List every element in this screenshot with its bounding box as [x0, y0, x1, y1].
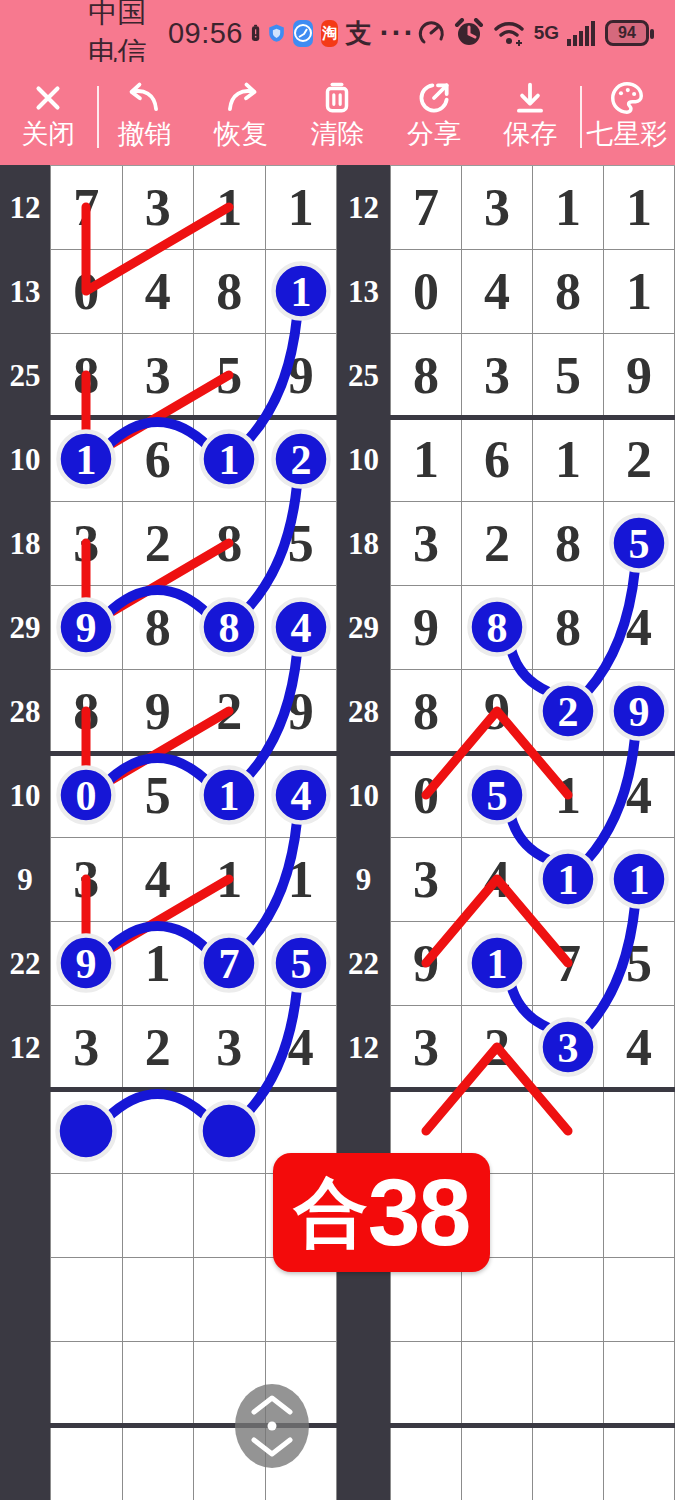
- save-button[interactable]: 保存: [484, 79, 576, 148]
- trash-icon: [318, 79, 356, 117]
- grid-cell[interactable]: 9: [604, 670, 675, 754]
- grid-cell[interactable]: [533, 1090, 604, 1174]
- grid-cell[interactable]: 3: [123, 166, 195, 250]
- grid-cell[interactable]: 4: [123, 250, 195, 334]
- row-sum-label: 12: [0, 1032, 50, 1063]
- toolbar-divider: [97, 86, 99, 148]
- row-sum-label: 10: [337, 444, 390, 475]
- section-divider: [0, 415, 675, 420]
- grid-cell[interactable]: 8: [533, 586, 604, 670]
- grid-cell[interactable]: 8: [51, 334, 123, 418]
- grid-cell[interactable]: 5: [462, 754, 533, 838]
- row-sum-label: 10: [337, 780, 390, 811]
- grid-cell[interactable]: 7: [391, 166, 462, 250]
- wifi-icon: [492, 18, 526, 48]
- row-sum-column-left: 121325101829281092212: [0, 165, 50, 1500]
- row-sum-label: 12: [337, 1032, 390, 1063]
- redo-icon: [222, 79, 260, 117]
- grid-cell[interactable]: [391, 1342, 462, 1426]
- grid-cell[interactable]: 5: [604, 922, 675, 1006]
- row-sum-label: 13: [0, 276, 50, 307]
- number-grid-left: 7311048183591612328598848929051434119175…: [50, 165, 337, 1500]
- app-screen: 中国电信 09:56 淘 支 ···: [0, 0, 675, 1500]
- game-mode-button[interactable]: 七星彩: [581, 79, 673, 148]
- signal-bars-icon: [567, 19, 597, 47]
- share-label: 分享: [407, 121, 461, 148]
- grid-cell[interactable]: [604, 1342, 675, 1426]
- grid-cell[interactable]: [123, 1342, 195, 1426]
- grid-cell[interactable]: [51, 1342, 123, 1426]
- trend-chart-board[interactable]: 121325101829281092212 121325101829281092…: [0, 165, 675, 1500]
- close-label: 关闭: [21, 121, 75, 148]
- grid-cell[interactable]: [533, 1426, 604, 1500]
- row-sum-label: 13: [337, 276, 390, 307]
- grid-cell[interactable]: 9: [266, 670, 338, 754]
- status-bar: 中国电信 09:56 淘 支 ···: [0, 0, 675, 62]
- grid-cell[interactable]: 3: [391, 1006, 462, 1090]
- grid-cell[interactable]: 2: [462, 1006, 533, 1090]
- grid-cell[interactable]: 2: [266, 418, 338, 502]
- grid-cell[interactable]: 3: [51, 838, 123, 922]
- grid-cell[interactable]: 4: [266, 1006, 338, 1090]
- undo-button[interactable]: 撤销: [99, 79, 191, 148]
- grid-cell[interactable]: 4: [604, 1006, 675, 1090]
- grid-cell[interactable]: 0: [391, 250, 462, 334]
- grid-cell[interactable]: [51, 1174, 123, 1258]
- grid-cell[interactable]: [123, 1258, 195, 1342]
- grid-cell[interactable]: 1: [604, 838, 675, 922]
- grid-cell[interactable]: 7: [51, 166, 123, 250]
- close-button[interactable]: 关闭: [2, 79, 94, 148]
- grid-cell[interactable]: [51, 1090, 123, 1174]
- section-divider: [0, 1087, 675, 1092]
- battery-percent-indicator: 94: [605, 20, 649, 46]
- grid-cell[interactable]: 1: [266, 250, 338, 334]
- row-sum-label: 12: [337, 192, 390, 223]
- grid-cell[interactable]: 1: [391, 418, 462, 502]
- row-sum-label: 29: [337, 612, 390, 643]
- grid-cell[interactable]: [123, 1090, 195, 1174]
- clear-button[interactable]: 清除: [291, 79, 383, 148]
- grid-cell[interactable]: [462, 1342, 533, 1426]
- grid-cell[interactable]: 3: [51, 502, 123, 586]
- save-label: 保存: [503, 121, 557, 148]
- grid-cell[interactable]: 1: [604, 250, 675, 334]
- grid-cell[interactable]: 4: [462, 250, 533, 334]
- grid-cell[interactable]: 1: [194, 418, 266, 502]
- row-sum-label: 12: [0, 192, 50, 223]
- game-mode-label: 七星彩: [586, 121, 667, 148]
- grid-cell[interactable]: 1: [533, 418, 604, 502]
- grid-cell[interactable]: 3: [462, 166, 533, 250]
- sum-badge-value: 38: [368, 1165, 470, 1260]
- row-sum-label: 10: [0, 780, 50, 811]
- grid-cell[interactable]: [462, 1426, 533, 1500]
- data-saver-icon: [416, 18, 446, 48]
- alarm-icon: [454, 18, 484, 48]
- row-sum-label: 9: [337, 864, 390, 895]
- grid-cell[interactable]: 3: [51, 1006, 123, 1090]
- grid-cell[interactable]: 4: [604, 586, 675, 670]
- grid-cell[interactable]: 1: [533, 754, 604, 838]
- grid-cell[interactable]: [533, 1342, 604, 1426]
- grid-cell[interactable]: 9: [51, 922, 123, 1006]
- grid-cell[interactable]: 8: [533, 250, 604, 334]
- grid-cell[interactable]: 8: [194, 502, 266, 586]
- grid-cell[interactable]: 9: [462, 670, 533, 754]
- grid-cell[interactable]: 4: [462, 838, 533, 922]
- grid-cell[interactable]: [123, 1174, 195, 1258]
- grid-cell[interactable]: 7: [533, 922, 604, 1006]
- grid-cell[interactable]: 9: [604, 334, 675, 418]
- notification-overflow-dots: ···: [380, 16, 416, 50]
- grid-cell[interactable]: [51, 1258, 123, 1342]
- grid-cell[interactable]: 8: [194, 250, 266, 334]
- grid-cell[interactable]: 2: [533, 670, 604, 754]
- grid-cell[interactable]: 8: [51, 670, 123, 754]
- undo-label: 撤销: [118, 121, 172, 148]
- grid-cell[interactable]: 4: [604, 754, 675, 838]
- row-sum-label: 28: [0, 696, 50, 727]
- grid-cell[interactable]: 8: [462, 586, 533, 670]
- grid-cell[interactable]: 1: [266, 166, 338, 250]
- grid-cell[interactable]: 1: [51, 418, 123, 502]
- grid-cell[interactable]: 1: [194, 754, 266, 838]
- grid-cell[interactable]: 1: [266, 838, 338, 922]
- grid-cell[interactable]: 4: [123, 838, 195, 922]
- sum-badge: 合38: [273, 1153, 490, 1272]
- grid-cell[interactable]: 2: [462, 502, 533, 586]
- grid-cell[interactable]: [533, 1258, 604, 1342]
- grid-cell[interactable]: 2: [604, 418, 675, 502]
- row-sum-label: 22: [337, 948, 390, 979]
- grid-cell[interactable]: 1: [194, 166, 266, 250]
- grid-cell[interactable]: 7: [194, 922, 266, 1006]
- grid-cell[interactable]: 8: [391, 334, 462, 418]
- toolbar-divider: [580, 86, 582, 148]
- row-sum-label: 9: [0, 864, 50, 895]
- grid-cell[interactable]: [604, 1174, 675, 1258]
- grid-cell[interactable]: 5: [123, 754, 195, 838]
- grid-cell[interactable]: 1: [604, 166, 675, 250]
- grid-cell[interactable]: [194, 1258, 266, 1342]
- grid-cell[interactable]: 6: [462, 418, 533, 502]
- status-right: 5G 94: [416, 18, 649, 48]
- grid-cell[interactable]: 1: [462, 922, 533, 1006]
- section-divider: [0, 1423, 675, 1428]
- alipay-icon: 支: [346, 16, 372, 51]
- grid-cell[interactable]: 8: [391, 670, 462, 754]
- grid-cell[interactable]: 0: [51, 250, 123, 334]
- share-button[interactable]: 分享: [388, 79, 480, 148]
- clear-label: 清除: [310, 121, 364, 148]
- row-sum-label: 18: [0, 528, 50, 559]
- browser-app-icon: [293, 20, 313, 47]
- grid-cell[interactable]: 5: [266, 502, 338, 586]
- grid-cell[interactable]: 5: [604, 502, 675, 586]
- grid-cell[interactable]: 3: [533, 1006, 604, 1090]
- grid-cell[interactable]: [194, 1174, 266, 1258]
- network-type-badge: 5G: [534, 22, 559, 44]
- grid-cell[interactable]: 9: [123, 670, 195, 754]
- grid-cell[interactable]: 0: [51, 754, 123, 838]
- row-sum-label: 18: [337, 528, 390, 559]
- undo-icon: [126, 79, 164, 117]
- share-icon: [415, 79, 453, 117]
- grid-cell[interactable]: 3: [123, 334, 195, 418]
- grid-cell[interactable]: 5: [533, 334, 604, 418]
- grid-cell[interactable]: 0: [391, 754, 462, 838]
- row-sum-label: 22: [0, 948, 50, 979]
- redo-label: 恢复: [214, 121, 268, 148]
- grid-cell[interactable]: 9: [266, 334, 338, 418]
- grid-cell[interactable]: 8: [194, 586, 266, 670]
- grid-cell[interactable]: 8: [533, 502, 604, 586]
- grid-cell[interactable]: 5: [266, 922, 338, 1006]
- row-sum-label: 10: [0, 444, 50, 475]
- grid-cell[interactable]: 9: [391, 922, 462, 1006]
- grid-cell[interactable]: 8: [123, 586, 195, 670]
- sum-badge-prefix: 合: [294, 1176, 368, 1250]
- save-icon: [511, 79, 549, 117]
- grid-cell[interactable]: [51, 1426, 123, 1500]
- grid-cell[interactable]: 3: [462, 334, 533, 418]
- grid-cell[interactable]: [123, 1426, 195, 1500]
- grid-cell[interactable]: 5: [194, 334, 266, 418]
- row-sum-column-right: 121325101829281092212: [337, 165, 390, 1500]
- grid-cell[interactable]: [391, 1426, 462, 1500]
- row-sum-label: 28: [337, 696, 390, 727]
- clock-time: 09:56: [168, 17, 243, 50]
- grid-cell[interactable]: 9: [391, 586, 462, 670]
- section-divider: [0, 751, 675, 756]
- taobao-app-icon: 淘: [321, 20, 337, 47]
- grid-cell[interactable]: 3: [391, 502, 462, 586]
- grid-cell[interactable]: 2: [194, 670, 266, 754]
- grid-cell[interactable]: 1: [123, 922, 195, 1006]
- grid-cell[interactable]: 1: [533, 166, 604, 250]
- grid-cell[interactable]: 4: [266, 586, 338, 670]
- grid-cell[interactable]: [194, 1090, 266, 1174]
- row-sum-label: 29: [0, 612, 50, 643]
- close-icon: [29, 79, 67, 117]
- row-sum-label: 25: [0, 360, 50, 391]
- grid-cell[interactable]: [533, 1174, 604, 1258]
- grid-cell[interactable]: 4: [266, 754, 338, 838]
- grid-cell[interactable]: [604, 1090, 675, 1174]
- scroll-handle[interactable]: [227, 1376, 317, 1476]
- grid-cell[interactable]: 3: [391, 838, 462, 922]
- redo-button[interactable]: 恢复: [195, 79, 287, 148]
- palette-icon: [608, 79, 646, 117]
- grid-cell[interactable]: 9: [51, 586, 123, 670]
- drawing-toolbar: 关闭 撤销 恢复 清除: [0, 62, 675, 165]
- grid-cell[interactable]: 1: [533, 838, 604, 922]
- grid-cell[interactable]: 2: [123, 502, 195, 586]
- grid-cell[interactable]: 6: [123, 418, 195, 502]
- grid-cell[interactable]: 2: [123, 1006, 195, 1090]
- battery-alert-icon: [251, 19, 260, 47]
- row-sum-label: 25: [337, 360, 390, 391]
- number-grid-right: 7311048183591612328598848929051434119175…: [390, 165, 675, 1500]
- grid-cell[interactable]: [604, 1258, 675, 1342]
- grid-cell[interactable]: 3: [194, 1006, 266, 1090]
- shield-icon: [268, 18, 285, 48]
- grid-cell[interactable]: 1: [194, 838, 266, 922]
- grid-cell[interactable]: [604, 1426, 675, 1500]
